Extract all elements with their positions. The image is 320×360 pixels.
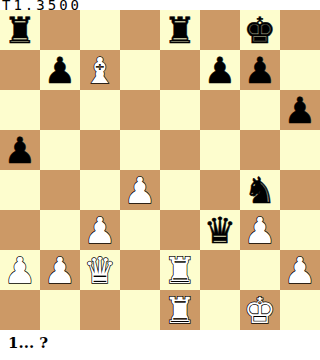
white-pawn[interactable]: ♟	[280, 250, 320, 290]
square-d1[interactable]	[120, 290, 160, 330]
square-a4[interactable]	[0, 170, 40, 210]
black-pawn[interactable]: ♟	[240, 50, 280, 90]
square-f4[interactable]	[200, 170, 240, 210]
square-c4[interactable]	[80, 170, 120, 210]
white-pawn[interactable]: ♟	[80, 210, 120, 250]
square-g2[interactable]	[240, 250, 280, 290]
square-c5[interactable]	[80, 130, 120, 170]
white-king[interactable]: ♚	[240, 290, 280, 330]
square-c7[interactable]: ♝	[80, 50, 120, 90]
square-b6[interactable]	[40, 90, 80, 130]
white-rook[interactable]: ♜	[160, 290, 200, 330]
black-queen[interactable]: ♛	[200, 210, 240, 250]
square-h7[interactable]	[280, 50, 320, 90]
square-a7[interactable]	[0, 50, 40, 90]
square-d5[interactable]	[120, 130, 160, 170]
square-b4[interactable]	[40, 170, 80, 210]
square-e3[interactable]	[160, 210, 200, 250]
square-f3[interactable]: ♛	[200, 210, 240, 250]
black-pawn[interactable]: ♟	[280, 90, 320, 130]
footer-bar: 1... ?	[0, 330, 320, 360]
square-f1[interactable]	[200, 290, 240, 330]
square-e5[interactable]	[160, 130, 200, 170]
square-h3[interactable]	[280, 210, 320, 250]
square-h4[interactable]	[280, 170, 320, 210]
square-e2[interactable]: ♜	[160, 250, 200, 290]
square-b1[interactable]	[40, 290, 80, 330]
black-rook[interactable]: ♜	[0, 10, 40, 50]
square-g7[interactable]: ♟	[240, 50, 280, 90]
white-bishop[interactable]: ♝	[80, 50, 120, 90]
square-c2[interactable]: ♛	[80, 250, 120, 290]
square-h1[interactable]	[280, 290, 320, 330]
square-c1[interactable]	[80, 290, 120, 330]
square-a6[interactable]	[0, 90, 40, 130]
square-h6[interactable]: ♟	[280, 90, 320, 130]
square-g1[interactable]: ♚	[240, 290, 280, 330]
square-d6[interactable]	[120, 90, 160, 130]
square-g8[interactable]: ♚	[240, 10, 280, 50]
square-d4[interactable]: ♟	[120, 170, 160, 210]
square-f7[interactable]: ♟	[200, 50, 240, 90]
square-b3[interactable]	[40, 210, 80, 250]
square-g3[interactable]: ♟	[240, 210, 280, 250]
square-b7[interactable]: ♟	[40, 50, 80, 90]
square-b5[interactable]	[40, 130, 80, 170]
square-e8[interactable]: ♜	[160, 10, 200, 50]
square-e4[interactable]	[160, 170, 200, 210]
square-c6[interactable]	[80, 90, 120, 130]
black-knight[interactable]: ♞	[240, 170, 280, 210]
black-pawn[interactable]: ♟	[200, 50, 240, 90]
square-e6[interactable]	[160, 90, 200, 130]
square-d2[interactable]	[120, 250, 160, 290]
square-g6[interactable]	[240, 90, 280, 130]
square-g5[interactable]	[240, 130, 280, 170]
square-a8[interactable]: ♜	[0, 10, 40, 50]
square-g4[interactable]: ♞	[240, 170, 280, 210]
square-h5[interactable]	[280, 130, 320, 170]
square-c3[interactable]: ♟	[80, 210, 120, 250]
square-a1[interactable]	[0, 290, 40, 330]
square-e1[interactable]: ♜	[160, 290, 200, 330]
white-pawn[interactable]: ♟	[120, 170, 160, 210]
square-a3[interactable]	[0, 210, 40, 250]
white-pawn[interactable]: ♟	[40, 250, 80, 290]
square-h2[interactable]: ♟	[280, 250, 320, 290]
square-f2[interactable]	[200, 250, 240, 290]
move-prompt-label: 1... ?	[8, 334, 48, 352]
square-c8[interactable]	[80, 10, 120, 50]
black-pawn[interactable]: ♟	[40, 50, 80, 90]
square-a2[interactable]: ♟	[0, 250, 40, 290]
header-bar: T1.3500	[0, 0, 320, 10]
black-pawn[interactable]: ♟	[0, 130, 40, 170]
white-pawn[interactable]: ♟	[0, 250, 40, 290]
square-d7[interactable]	[120, 50, 160, 90]
square-e7[interactable]	[160, 50, 200, 90]
square-f6[interactable]	[200, 90, 240, 130]
square-d8[interactable]	[120, 10, 160, 50]
square-h8[interactable]	[280, 10, 320, 50]
black-rook[interactable]: ♜	[160, 10, 200, 50]
square-b8[interactable]	[40, 10, 80, 50]
square-f8[interactable]	[200, 10, 240, 50]
square-a5[interactable]: ♟	[0, 130, 40, 170]
chess-board: ♜♜♚♟♝♟♟♟♟♟♞♟♛♟♟♟♛♜♟♜♚	[0, 10, 320, 330]
white-pawn[interactable]: ♟	[240, 210, 280, 250]
chess-puzzle-app: T1.3500 ♜♜♚♟♝♟♟♟♟♟♞♟♛♟♟♟♛♜♟♜♚ 1... ?	[0, 0, 320, 360]
square-f5[interactable]	[200, 130, 240, 170]
black-king[interactable]: ♚	[240, 10, 280, 50]
square-d3[interactable]	[120, 210, 160, 250]
square-b2[interactable]: ♟	[40, 250, 80, 290]
white-rook[interactable]: ♜	[160, 250, 200, 290]
white-queen[interactable]: ♛	[80, 250, 120, 290]
